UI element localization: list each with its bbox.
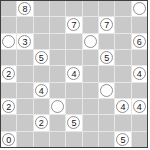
cell-r8c5[interactable]: [83, 132, 98, 147]
number-circle-clue: 2: [2, 100, 15, 113]
cell-r2c0[interactable]: [1, 34, 16, 49]
number-circle-clue: 4: [35, 84, 48, 97]
cell-r6c1[interactable]: [17, 99, 32, 114]
clue-number: 2: [39, 119, 44, 128]
cell-r0c3[interactable]: [50, 1, 65, 16]
cell-r8c8[interactable]: [132, 132, 147, 147]
clue-number: 3: [22, 37, 27, 46]
number-circle-clue: 4: [67, 67, 80, 80]
cell-r2c4[interactable]: [66, 34, 81, 49]
number-circle-clue: 5: [116, 133, 129, 146]
cell-r8c6[interactable]: [99, 132, 114, 147]
number-circle-clue: 7: [100, 18, 113, 31]
cell-r2c5[interactable]: [83, 34, 98, 49]
cell-r5c3[interactable]: [50, 83, 65, 98]
cell-r1c5[interactable]: [83, 17, 98, 32]
cell-r4c1[interactable]: [17, 66, 32, 81]
cell-r7c2[interactable]: 2: [34, 115, 49, 130]
cell-r6c7[interactable]: 4: [115, 99, 130, 114]
number-circle-clue: 0: [2, 133, 15, 146]
cell-r1c2[interactable]: [34, 17, 49, 32]
number-circle-clue: 7: [67, 18, 80, 31]
cell-r3c3[interactable]: [50, 50, 65, 65]
cell-r2c7[interactable]: [115, 34, 130, 49]
cell-r7c1[interactable]: [17, 115, 32, 130]
empty-circle-clue: [51, 100, 64, 113]
cell-r4c7[interactable]: [115, 66, 130, 81]
cell-r7c6[interactable]: [99, 115, 114, 130]
empty-circle-clue: [100, 84, 113, 97]
cell-r4c3[interactable]: [50, 66, 65, 81]
cell-r2c8[interactable]: 6: [132, 34, 147, 49]
empty-circle-clue: [2, 35, 15, 48]
number-circle-clue: 2: [2, 67, 15, 80]
cell-r3c6[interactable]: 5: [99, 50, 114, 65]
clue-number: 2: [6, 70, 11, 79]
puzzle-page: 877365524442442505: [0, 0, 150, 150]
cell-r8c2[interactable]: [34, 132, 49, 147]
cell-r7c4[interactable]: 5: [66, 115, 81, 130]
cell-r3c7[interactable]: [115, 50, 130, 65]
cell-r4c0[interactable]: 2: [1, 66, 16, 81]
clue-number: 5: [39, 54, 44, 63]
cell-r0c4[interactable]: [66, 1, 81, 16]
cell-r0c0[interactable]: [1, 1, 16, 16]
clue-number: 4: [120, 103, 125, 112]
cell-r5c7[interactable]: [115, 83, 130, 98]
clue-number: 5: [104, 54, 109, 63]
cell-r3c0[interactable]: [1, 50, 16, 65]
cell-r7c7[interactable]: [115, 115, 130, 130]
clue-number: 8: [22, 5, 27, 14]
number-circle-clue: 4: [116, 100, 129, 113]
cell-r4c4[interactable]: 4: [66, 66, 81, 81]
number-circle-clue: 6: [133, 35, 146, 48]
cell-r0c2[interactable]: [34, 1, 49, 16]
clue-number: 5: [120, 135, 125, 144]
clue-number: 4: [137, 70, 142, 79]
cell-r0c5[interactable]: [83, 1, 98, 16]
cell-r6c3[interactable]: [50, 99, 65, 114]
clue-number: 4: [137, 103, 142, 112]
cell-r5c6[interactable]: [99, 83, 114, 98]
clue-number: 2: [6, 103, 11, 112]
cell-r4c8[interactable]: 4: [132, 66, 147, 81]
clue-number: 0: [6, 135, 11, 144]
empty-circle-clue: [84, 35, 97, 48]
cell-r8c1[interactable]: [17, 132, 32, 147]
cell-r6c8[interactable]: 4: [132, 99, 147, 114]
number-circle-clue: 5: [35, 51, 48, 64]
clue-number: 4: [71, 70, 76, 79]
cell-r3c5[interactable]: [83, 50, 98, 65]
cell-r3c4[interactable]: [66, 50, 81, 65]
cell-r1c8[interactable]: [132, 17, 147, 32]
cell-r1c1[interactable]: [17, 17, 32, 32]
cell-r2c1[interactable]: 3: [17, 34, 32, 49]
cell-r8c3[interactable]: [50, 132, 65, 147]
clue-number: 7: [71, 21, 76, 30]
clue-number: 7: [104, 21, 109, 30]
cell-r8c4[interactable]: [66, 132, 81, 147]
cell-r5c4[interactable]: [66, 83, 81, 98]
cell-r3c2[interactable]: 5: [34, 50, 49, 65]
cell-r0c6[interactable]: [99, 1, 114, 16]
cell-r1c0[interactable]: [1, 17, 16, 32]
cell-r0c7[interactable]: [115, 1, 130, 16]
cell-r7c3[interactable]: [50, 115, 65, 130]
cell-r2c2[interactable]: [34, 34, 49, 49]
cell-r4c2[interactable]: [34, 66, 49, 81]
cell-r4c5[interactable]: [83, 66, 98, 81]
cell-r6c4[interactable]: [66, 99, 81, 114]
cell-r6c5[interactable]: [83, 99, 98, 114]
clue-number: 4: [39, 86, 44, 95]
cell-r6c2[interactable]: [34, 99, 49, 114]
cell-r3c1[interactable]: [17, 50, 32, 65]
cell-r5c1[interactable]: [17, 83, 32, 98]
number-circle-clue: 5: [67, 116, 80, 129]
cell-r2c6[interactable]: [99, 34, 114, 49]
cell-r5c8[interactable]: [132, 83, 147, 98]
cell-r8c0[interactable]: 0: [1, 132, 16, 147]
cell-r6c6[interactable]: [99, 99, 114, 114]
cell-r5c0[interactable]: [1, 83, 16, 98]
number-circle-clue: 2: [35, 116, 48, 129]
cell-r7c8[interactable]: [132, 115, 147, 130]
cell-r3c8[interactable]: [132, 50, 147, 65]
cell-r7c0[interactable]: [1, 115, 16, 130]
number-circle-clue: 4: [133, 67, 146, 80]
cell-r1c6[interactable]: 7: [99, 17, 114, 32]
cell-r4c6[interactable]: [99, 66, 114, 81]
number-circle-clue: 8: [18, 2, 31, 15]
clue-number: 6: [137, 37, 142, 46]
number-circle-clue: 5: [100, 51, 113, 64]
cell-r0c1[interactable]: 8: [17, 1, 32, 16]
cell-r7c5[interactable]: [83, 115, 98, 130]
cell-r1c4[interactable]: 7: [66, 17, 81, 32]
cell-r1c7[interactable]: [115, 17, 130, 32]
cell-r5c5[interactable]: [83, 83, 98, 98]
cell-r0c8[interactable]: [132, 1, 147, 16]
empty-circle-clue: [133, 2, 146, 15]
clue-number: 5: [71, 119, 76, 128]
cell-r1c3[interactable]: [50, 17, 65, 32]
cell-r5c2[interactable]: 4: [34, 83, 49, 98]
cell-r6c0[interactable]: 2: [1, 99, 16, 114]
number-circle-clue: 3: [18, 35, 31, 48]
number-circle-clue: 4: [133, 100, 146, 113]
puzzle-board: 877365524442442505: [0, 0, 148, 148]
cell-r2c3[interactable]: [50, 34, 65, 49]
cell-r8c7[interactable]: 5: [115, 132, 130, 147]
